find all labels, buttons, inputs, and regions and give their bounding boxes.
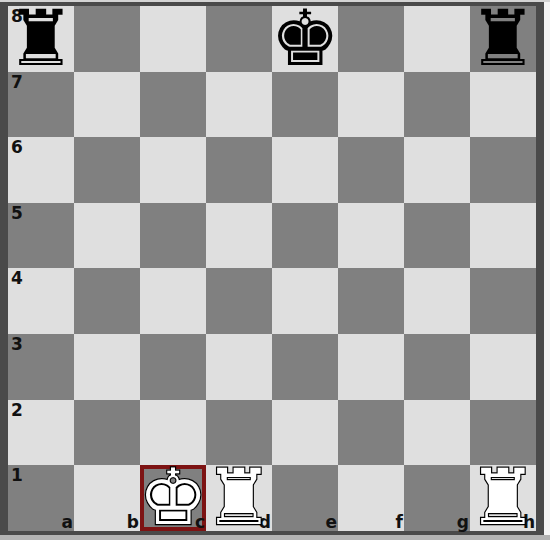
square-c5[interactable] <box>140 203 206 269</box>
square-c6[interactable] <box>140 137 206 203</box>
square-d4[interactable] <box>206 268 272 334</box>
square-f5[interactable] <box>338 203 404 269</box>
white-rook[interactable]: ♜ <box>206 465 272 531</box>
black-rook[interactable]: ♜ <box>8 6 74 72</box>
file-label-b: b <box>127 514 139 531</box>
white-rook[interactable]: ♜ <box>470 465 536 531</box>
square-a3[interactable]: 3 <box>8 334 74 400</box>
square-g1[interactable]: g <box>404 465 470 531</box>
square-d3[interactable] <box>206 334 272 400</box>
black-king[interactable]: ♚ <box>272 6 338 72</box>
square-c7[interactable] <box>140 72 206 138</box>
square-e3[interactable] <box>272 334 338 400</box>
square-g3[interactable] <box>404 334 470 400</box>
square-h5[interactable] <box>470 203 536 269</box>
rank-label-4: 4 <box>11 270 23 287</box>
file-label-g: g <box>457 514 469 531</box>
square-h7[interactable] <box>470 72 536 138</box>
svg-text:♜: ♜ <box>468 452 537 540</box>
file-label-f: f <box>396 514 403 531</box>
square-d1[interactable]: d♜ <box>206 465 272 531</box>
square-b8[interactable] <box>74 6 140 72</box>
square-f4[interactable] <box>338 268 404 334</box>
square-e1[interactable]: e <box>272 465 338 531</box>
square-e2[interactable] <box>272 400 338 466</box>
square-f1[interactable]: f <box>338 465 404 531</box>
square-c4[interactable] <box>140 268 206 334</box>
square-g2[interactable] <box>404 400 470 466</box>
square-d7[interactable] <box>206 72 272 138</box>
square-b1[interactable]: b <box>74 465 140 531</box>
square-f2[interactable] <box>338 400 404 466</box>
chess-board-frame: 8♜♚♜7654321abc♚d♜efgh♜ <box>0 2 544 535</box>
svg-text:♚: ♚ <box>270 0 339 83</box>
square-c3[interactable] <box>140 334 206 400</box>
square-g5[interactable] <box>404 203 470 269</box>
square-g6[interactable] <box>404 137 470 203</box>
square-a5[interactable]: 5 <box>8 203 74 269</box>
square-h1[interactable]: h♜ <box>470 465 536 531</box>
square-b4[interactable] <box>74 268 140 334</box>
square-b6[interactable] <box>74 137 140 203</box>
square-b3[interactable] <box>74 334 140 400</box>
square-b2[interactable] <box>74 400 140 466</box>
square-e4[interactable] <box>272 268 338 334</box>
svg-text:♚: ♚ <box>138 452 207 540</box>
square-f3[interactable] <box>338 334 404 400</box>
rank-label-6: 6 <box>11 139 23 156</box>
square-h6[interactable] <box>470 137 536 203</box>
square-a4[interactable]: 4 <box>8 268 74 334</box>
square-a8[interactable]: 8♜ <box>8 6 74 72</box>
rank-label-1: 1 <box>11 467 23 484</box>
square-d6[interactable] <box>206 137 272 203</box>
square-f8[interactable] <box>338 6 404 72</box>
square-e8[interactable]: ♚ <box>272 6 338 72</box>
square-a2[interactable]: 2 <box>8 400 74 466</box>
square-h8[interactable]: ♜ <box>470 6 536 72</box>
square-h3[interactable] <box>470 334 536 400</box>
square-g4[interactable] <box>404 268 470 334</box>
square-a1[interactable]: 1a <box>8 465 74 531</box>
file-label-e: e <box>325 514 337 531</box>
square-c1[interactable]: c♚ <box>140 465 206 531</box>
square-g7[interactable] <box>404 72 470 138</box>
square-g8[interactable] <box>404 6 470 72</box>
square-f7[interactable] <box>338 72 404 138</box>
rank-label-2: 2 <box>11 402 23 419</box>
square-c8[interactable] <box>140 6 206 72</box>
rank-label-7: 7 <box>11 74 23 91</box>
square-e6[interactable] <box>272 137 338 203</box>
square-a6[interactable]: 6 <box>8 137 74 203</box>
bottom-edge-strip <box>0 535 550 540</box>
square-b5[interactable] <box>74 203 140 269</box>
square-b7[interactable] <box>74 72 140 138</box>
white-king[interactable]: ♚ <box>140 465 206 531</box>
chess-board: 8♜♚♜7654321abc♚d♜efgh♜ <box>8 6 536 531</box>
svg-text:♜: ♜ <box>204 452 273 540</box>
square-d8[interactable] <box>206 6 272 72</box>
rank-label-5: 5 <box>11 205 23 222</box>
square-h4[interactable] <box>470 268 536 334</box>
chess-app-background: 8♜♚♜7654321abc♚d♜efgh♜ <box>0 0 550 540</box>
square-a7[interactable]: 7 <box>8 72 74 138</box>
svg-text:♜: ♜ <box>6 0 75 83</box>
square-f6[interactable] <box>338 137 404 203</box>
black-rook[interactable]: ♜ <box>470 6 536 72</box>
file-label-a: a <box>62 514 73 531</box>
square-e5[interactable] <box>272 203 338 269</box>
svg-text:♜: ♜ <box>468 0 537 83</box>
square-d5[interactable] <box>206 203 272 269</box>
rank-label-3: 3 <box>11 336 23 353</box>
square-e7[interactable] <box>272 72 338 138</box>
